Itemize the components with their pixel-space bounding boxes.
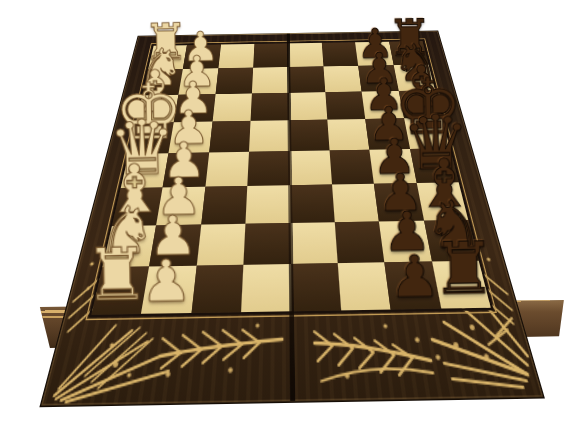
- square[interactable]: [289, 92, 328, 121]
- square[interactable]: [290, 222, 338, 265]
- square[interactable]: [253, 43, 288, 67]
- square[interactable]: [201, 186, 247, 224]
- square[interactable]: ♜: [432, 261, 491, 309]
- square[interactable]: [205, 152, 249, 187]
- square[interactable]: [215, 68, 253, 94]
- square[interactable]: [247, 151, 289, 186]
- square[interactable]: [191, 265, 243, 313]
- square[interactable]: [289, 120, 330, 151]
- square[interactable]: [291, 263, 341, 311]
- square[interactable]: ♟: [141, 266, 196, 314]
- square[interactable]: [241, 264, 291, 312]
- carving-wheat-ear-right-icon: [314, 323, 434, 381]
- square[interactable]: [329, 150, 374, 185]
- square[interactable]: [212, 93, 252, 122]
- square[interactable]: [244, 223, 291, 266]
- square[interactable]: [249, 120, 289, 151]
- square[interactable]: [289, 150, 332, 185]
- square[interactable]: [209, 121, 251, 152]
- chess-board-box: ♜♟♟♜♞♟♟♞♝♟♟♝♚♟♟♚♛♟♟♛♝♟♟♝♞♟♟♞♜♟♟♜: [39, 31, 545, 408]
- square[interactable]: [288, 66, 325, 92]
- piece-black-rook[interactable]: ♜: [431, 232, 497, 305]
- square[interactable]: [218, 44, 254, 68]
- square[interactable]: [332, 184, 379, 222]
- square[interactable]: [288, 43, 323, 67]
- square[interactable]: [251, 92, 289, 121]
- square[interactable]: [290, 184, 335, 222]
- carving-right-starburst-icon: [426, 302, 536, 389]
- piece-white-pawn[interactable]: ♟: [140, 251, 193, 310]
- square[interactable]: [338, 263, 391, 311]
- carving-wheat-ear-left-icon: [157, 323, 282, 378]
- square[interactable]: [335, 221, 385, 264]
- square[interactable]: [323, 66, 361, 92]
- chess-set-scene: ♜♟♟♜♞♟♟♞♝♟♟♝♚♟♟♚♛♟♟♛♝♟♟♝♞♟♟♞♜♟♟♜: [0, 0, 577, 433]
- square[interactable]: [325, 91, 365, 120]
- square[interactable]: [252, 67, 289, 93]
- square[interactable]: [246, 185, 291, 223]
- carving-left-fan-icon: [53, 324, 175, 402]
- square[interactable]: [196, 223, 245, 266]
- square[interactable]: [327, 119, 369, 150]
- perspective-container: ♜♟♟♜♞♟♟♞♝♟♟♝♚♟♟♚♛♟♟♛♝♟♟♝♞♟♟♞♜♟♟♜: [0, 0, 577, 433]
- square[interactable]: [322, 42, 359, 66]
